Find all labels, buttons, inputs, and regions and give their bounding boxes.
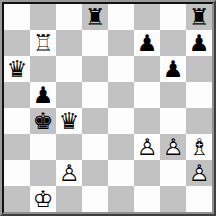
square-a3 — [4, 134, 30, 160]
square-h3: ♝♗ — [186, 134, 212, 160]
square-c7 — [56, 30, 82, 56]
square-d4 — [82, 108, 108, 134]
board-frame: ♜♜♜♖♟♟♛♟♟♚♛♟♙♟♙♝♗♟♙♟♙♚♔ — [0, 0, 216, 216]
square-f3: ♟♙ — [134, 134, 160, 160]
square-g1 — [160, 186, 186, 212]
square-b8 — [30, 4, 56, 30]
square-g4 — [160, 108, 186, 134]
black-rook-piece: ♜ — [186, 4, 212, 30]
square-d2 — [82, 160, 108, 186]
square-e6 — [108, 56, 134, 82]
square-f6 — [134, 56, 160, 82]
square-c8 — [56, 4, 82, 30]
square-d1 — [82, 186, 108, 212]
square-b1: ♚♔ — [30, 186, 56, 212]
square-a4 — [4, 108, 30, 134]
black-king-piece: ♚ — [30, 108, 56, 134]
square-g6: ♟ — [160, 56, 186, 82]
square-e1 — [108, 186, 134, 212]
square-b7: ♜♖ — [30, 30, 56, 56]
square-g2 — [160, 160, 186, 186]
white-pawn-piece: ♟♙ — [56, 160, 82, 186]
square-a2 — [4, 160, 30, 186]
square-f2 — [134, 160, 160, 186]
square-d7 — [82, 30, 108, 56]
square-a8 — [4, 4, 30, 30]
board-inner-border: ♜♜♜♖♟♟♛♟♟♚♛♟♙♟♙♝♗♟♙♟♙♚♔ — [2, 2, 214, 214]
square-f5 — [134, 82, 160, 108]
square-b3 — [30, 134, 56, 160]
white-rook-piece: ♜♖ — [30, 30, 56, 56]
square-h4 — [186, 108, 212, 134]
black-pawn-piece: ♟ — [160, 56, 186, 82]
square-e8 — [108, 4, 134, 30]
square-a5 — [4, 82, 30, 108]
square-c4: ♛ — [56, 108, 82, 134]
white-pawn-piece: ♟♙ — [186, 160, 212, 186]
white-king-piece: ♚♔ — [30, 186, 56, 212]
black-queen-piece: ♛ — [4, 56, 30, 82]
black-pawn-piece: ♟ — [30, 82, 56, 108]
square-c3 — [56, 134, 82, 160]
square-b5: ♟ — [30, 82, 56, 108]
square-h1 — [186, 186, 212, 212]
square-h7: ♟ — [186, 30, 212, 56]
black-pawn-piece: ♟ — [134, 30, 160, 56]
square-d5 — [82, 82, 108, 108]
square-h2: ♟♙ — [186, 160, 212, 186]
square-c6 — [56, 56, 82, 82]
square-d3 — [82, 134, 108, 160]
square-c2: ♟♙ — [56, 160, 82, 186]
square-d8: ♜ — [82, 4, 108, 30]
square-f7: ♟ — [134, 30, 160, 56]
square-g5 — [160, 82, 186, 108]
square-c1 — [56, 186, 82, 212]
white-pawn-piece: ♟♙ — [134, 134, 160, 160]
square-b6 — [30, 56, 56, 82]
square-g3: ♟♙ — [160, 134, 186, 160]
black-pawn-piece: ♟ — [186, 30, 212, 56]
black-rook-piece: ♜ — [82, 4, 108, 30]
square-e5 — [108, 82, 134, 108]
black-queen-piece: ♛ — [56, 108, 82, 134]
square-g7 — [160, 30, 186, 56]
square-e7 — [108, 30, 134, 56]
square-d6 — [82, 56, 108, 82]
square-e4 — [108, 108, 134, 134]
square-e2 — [108, 160, 134, 186]
chess-diagram: ♜♜♜♖♟♟♛♟♟♚♛♟♙♟♙♝♗♟♙♟♙♚♔ — [0, 0, 216, 216]
square-f8 — [134, 4, 160, 30]
square-a6: ♛ — [4, 56, 30, 82]
white-bishop-piece: ♝♗ — [186, 134, 212, 160]
square-f1 — [134, 186, 160, 212]
square-b4: ♚ — [30, 108, 56, 134]
square-a1 — [4, 186, 30, 212]
square-h6 — [186, 56, 212, 82]
square-e3 — [108, 134, 134, 160]
chess-board: ♜♜♜♖♟♟♛♟♟♚♛♟♙♟♙♝♗♟♙♟♙♚♔ — [4, 4, 212, 212]
square-h5 — [186, 82, 212, 108]
square-c5 — [56, 82, 82, 108]
square-b2 — [30, 160, 56, 186]
square-h8: ♜ — [186, 4, 212, 30]
square-f4 — [134, 108, 160, 134]
square-a7 — [4, 30, 30, 56]
white-pawn-piece: ♟♙ — [160, 134, 186, 160]
square-g8 — [160, 4, 186, 30]
